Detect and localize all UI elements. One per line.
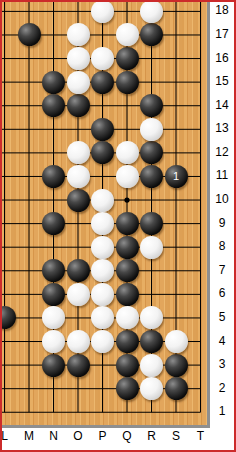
row-label-2: 2 — [208, 381, 236, 395]
row-label-3: 3 — [208, 357, 236, 371]
row-label-17: 17 — [208, 27, 236, 41]
black-stone-Q7[interactable] — [116, 259, 139, 282]
row-label-1: 1 — [208, 404, 236, 418]
black-stone-O10[interactable] — [67, 189, 90, 212]
black-stone-Q6[interactable] — [116, 283, 139, 306]
white-stone-N4[interactable] — [42, 330, 65, 353]
white-stone-R3[interactable] — [140, 354, 163, 377]
white-stone-S4[interactable] — [165, 330, 188, 353]
row-label-11: 11 — [208, 168, 236, 182]
row-label-18: 18 — [208, 3, 236, 17]
black-stone-O14[interactable] — [67, 94, 90, 117]
white-stone-O15[interactable] — [67, 71, 90, 94]
black-stone-S11[interactable]: 1 — [165, 165, 188, 188]
row-label-8: 8 — [208, 239, 236, 253]
black-stone-S2[interactable] — [165, 377, 188, 400]
black-stone-N15[interactable] — [42, 71, 65, 94]
black-stone-M17[interactable] — [18, 23, 41, 46]
row-label-6: 6 — [208, 286, 236, 300]
column-label-L: L — [0, 429, 17, 443]
black-stone-Q15[interactable] — [116, 71, 139, 94]
white-stone-R18[interactable] — [140, 0, 163, 23]
white-stone-R8[interactable] — [140, 236, 163, 259]
row-label-4: 4 — [208, 334, 236, 348]
black-stone-N11[interactable] — [42, 165, 65, 188]
move-number-label: 1 — [173, 171, 179, 182]
black-stone-Q3[interactable] — [116, 354, 139, 377]
go-board-panel: 1 LMNOPQRST181716151413121110987654321 — [0, 0, 236, 452]
row-label-10: 10 — [208, 192, 236, 206]
white-stone-P18[interactable] — [91, 0, 114, 23]
black-stone-Q16[interactable] — [116, 47, 139, 70]
black-stone-P15[interactable] — [91, 71, 114, 94]
black-stone-Q2[interactable] — [116, 377, 139, 400]
white-stone-P16[interactable] — [91, 47, 114, 70]
goban[interactable]: 1 — [0, 0, 207, 425]
column-label-O: O — [66, 429, 90, 443]
white-stone-O11[interactable] — [67, 165, 90, 188]
row-label-15: 15 — [208, 74, 236, 88]
white-stone-O17[interactable] — [67, 23, 90, 46]
white-stone-O4[interactable] — [67, 330, 90, 353]
white-stone-P4[interactable] — [91, 330, 114, 353]
black-stone-N9[interactable] — [42, 212, 65, 235]
black-stone-Q9[interactable] — [116, 212, 139, 235]
white-stone-Q11[interactable] — [116, 165, 139, 188]
white-stone-O16[interactable] — [67, 47, 90, 70]
black-stone-R4[interactable] — [140, 330, 163, 353]
white-stone-P8[interactable] — [91, 236, 114, 259]
white-stone-Q5[interactable] — [116, 306, 139, 329]
row-label-12: 12 — [208, 145, 236, 159]
black-stone-N3[interactable] — [42, 354, 65, 377]
column-label-P: P — [91, 429, 115, 443]
black-stone-O7[interactable] — [67, 259, 90, 282]
column-label-S: S — [164, 429, 188, 443]
black-stone-S3[interactable] — [165, 354, 188, 377]
black-stone-N6[interactable] — [42, 283, 65, 306]
column-label-M: M — [17, 429, 41, 443]
black-stone-P13[interactable] — [91, 118, 114, 141]
black-stone-Q4[interactable] — [116, 330, 139, 353]
row-label-9: 9 — [208, 216, 236, 230]
white-stone-P9[interactable] — [91, 212, 114, 235]
column-label-T: T — [189, 429, 213, 443]
white-stone-P6[interactable] — [91, 283, 114, 306]
white-stone-Q12[interactable] — [116, 141, 139, 164]
white-stone-O12[interactable] — [67, 141, 90, 164]
star-point — [124, 197, 129, 202]
row-label-13: 13 — [208, 121, 236, 135]
white-stone-Q17[interactable] — [116, 23, 139, 46]
row-label-16: 16 — [208, 51, 236, 65]
white-stone-O6[interactable] — [67, 283, 90, 306]
black-stone-R9[interactable] — [140, 212, 163, 235]
row-label-14: 14 — [208, 98, 236, 112]
white-stone-P10[interactable] — [91, 189, 114, 212]
white-stone-R13[interactable] — [140, 118, 163, 141]
column-label-Q: Q — [115, 429, 139, 443]
board-bottom-separator — [0, 425, 210, 428]
row-label-7: 7 — [208, 263, 236, 277]
column-label-R: R — [140, 429, 164, 443]
row-label-5: 5 — [208, 310, 236, 324]
black-stone-R11[interactable] — [140, 165, 163, 188]
black-stone-Q8[interactable] — [116, 236, 139, 259]
column-label-N: N — [42, 429, 66, 443]
black-stone-O3[interactable] — [67, 354, 90, 377]
